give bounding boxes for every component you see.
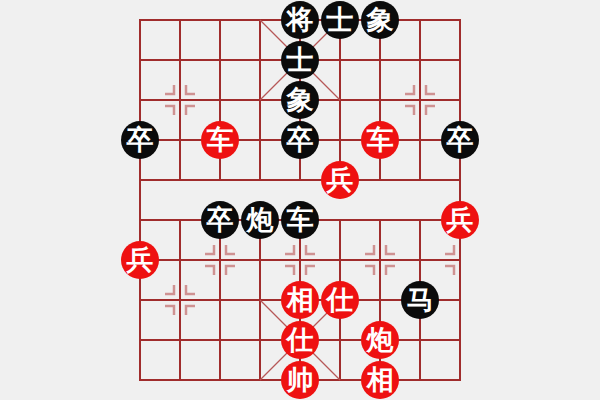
xiangqi-board[interactable]: 将士象士象卒车卒车卒兵卒炮车兵兵相仕马仕炮帅相 [0, 0, 600, 400]
piece-black-soldier[interactable]: 卒 [121, 121, 159, 159]
piece-black-advisor[interactable]: 士 [321, 1, 359, 39]
piece-red-soldier[interactable]: 兵 [121, 241, 159, 279]
piece-red-general[interactable]: 帅 [281, 361, 319, 399]
piece-red-soldier[interactable]: 兵 [441, 201, 479, 239]
piece-red-chariot[interactable]: 车 [361, 121, 399, 159]
piece-black-soldier[interactable]: 卒 [201, 201, 239, 239]
piece-black-elephant[interactable]: 象 [361, 1, 399, 39]
piece-red-advisor[interactable]: 仕 [281, 321, 319, 359]
piece-black-soldier[interactable]: 卒 [441, 121, 479, 159]
piece-red-elephant[interactable]: 相 [361, 361, 399, 399]
piece-red-chariot[interactable]: 车 [201, 121, 239, 159]
piece-black-advisor[interactable]: 士 [281, 41, 319, 79]
piece-black-horse[interactable]: 马 [401, 281, 439, 319]
piece-red-elephant[interactable]: 相 [281, 281, 319, 319]
piece-red-cannon[interactable]: 炮 [361, 321, 399, 359]
piece-black-cannon[interactable]: 炮 [241, 201, 279, 239]
piece-black-general[interactable]: 将 [281, 1, 319, 39]
piece-black-soldier[interactable]: 卒 [281, 121, 319, 159]
piece-black-chariot[interactable]: 车 [281, 201, 319, 239]
piece-red-soldier[interactable]: 兵 [321, 161, 359, 199]
piece-black-elephant[interactable]: 象 [281, 81, 319, 119]
piece-red-advisor[interactable]: 仕 [321, 281, 359, 319]
